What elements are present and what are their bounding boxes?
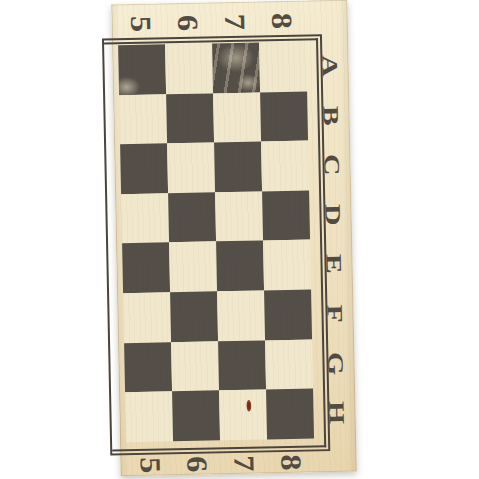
square-a6[interactable] xyxy=(165,43,213,94)
paint-defect-mark xyxy=(247,400,252,412)
square-e6[interactable] xyxy=(169,242,217,293)
square-g7[interactable] xyxy=(218,340,266,391)
rank-label-bottom-8: 8 xyxy=(276,436,306,479)
file-label-e: E xyxy=(308,241,359,288)
rank-labels-bottom: 5678 xyxy=(126,447,315,478)
square-d5[interactable] xyxy=(121,193,169,244)
square-d6[interactable] xyxy=(168,192,216,243)
square-g6[interactable] xyxy=(171,341,219,392)
square-b6[interactable] xyxy=(166,93,214,144)
file-label-f: F xyxy=(309,290,360,337)
rank-label-top-5: 5 xyxy=(124,0,159,50)
file-labels-right: ABCDEFGH xyxy=(312,41,354,438)
square-a7[interactable] xyxy=(212,42,260,93)
square-f8[interactable] xyxy=(264,289,312,340)
square-f6[interactable] xyxy=(170,291,218,342)
square-a5[interactable] xyxy=(118,44,166,95)
square-a8[interactable] xyxy=(259,42,307,93)
photo-background: 5678 ABCDEFGH 5678 xyxy=(0,0,479,479)
square-h8[interactable] xyxy=(266,389,314,440)
board-grid xyxy=(118,42,314,442)
rank-label-bottom-6: 6 xyxy=(182,438,212,479)
square-g8[interactable] xyxy=(265,339,313,390)
rank-label-top-6: 6 xyxy=(171,0,206,50)
square-h6[interactable] xyxy=(172,390,220,441)
square-b5[interactable] xyxy=(119,94,167,145)
square-c7[interactable] xyxy=(214,142,262,193)
square-b8[interactable] xyxy=(260,91,308,142)
file-label-g: G xyxy=(310,340,361,387)
file-label-h: H xyxy=(311,389,362,436)
file-label-c: C xyxy=(306,142,357,189)
square-d7[interactable] xyxy=(215,191,263,242)
square-g5[interactable] xyxy=(124,342,172,393)
rank-labels-top: 5678 xyxy=(117,4,306,42)
rank-label-top-8: 8 xyxy=(265,0,300,48)
chessboard: 5678 ABCDEFGH 5678 xyxy=(111,0,356,476)
rank-label-top-7: 7 xyxy=(218,0,253,49)
file-label-b: B xyxy=(305,92,356,139)
square-b7[interactable] xyxy=(213,92,261,143)
square-c6[interactable] xyxy=(167,143,215,194)
square-c5[interactable] xyxy=(120,144,168,195)
square-e5[interactable] xyxy=(122,243,170,294)
rank-label-bottom-5: 5 xyxy=(135,439,165,479)
square-e7[interactable] xyxy=(216,241,264,292)
square-f7[interactable] xyxy=(217,290,265,341)
rank-label-bottom-7: 7 xyxy=(229,437,259,479)
square-c8[interactable] xyxy=(261,141,309,192)
square-h7[interactable] xyxy=(219,390,267,441)
square-f5[interactable] xyxy=(123,292,171,343)
file-label-d: D xyxy=(307,191,358,238)
file-label-a: A xyxy=(304,42,355,89)
square-d8[interactable] xyxy=(262,190,310,241)
square-h5[interactable] xyxy=(125,391,173,442)
square-e8[interactable] xyxy=(263,240,311,291)
